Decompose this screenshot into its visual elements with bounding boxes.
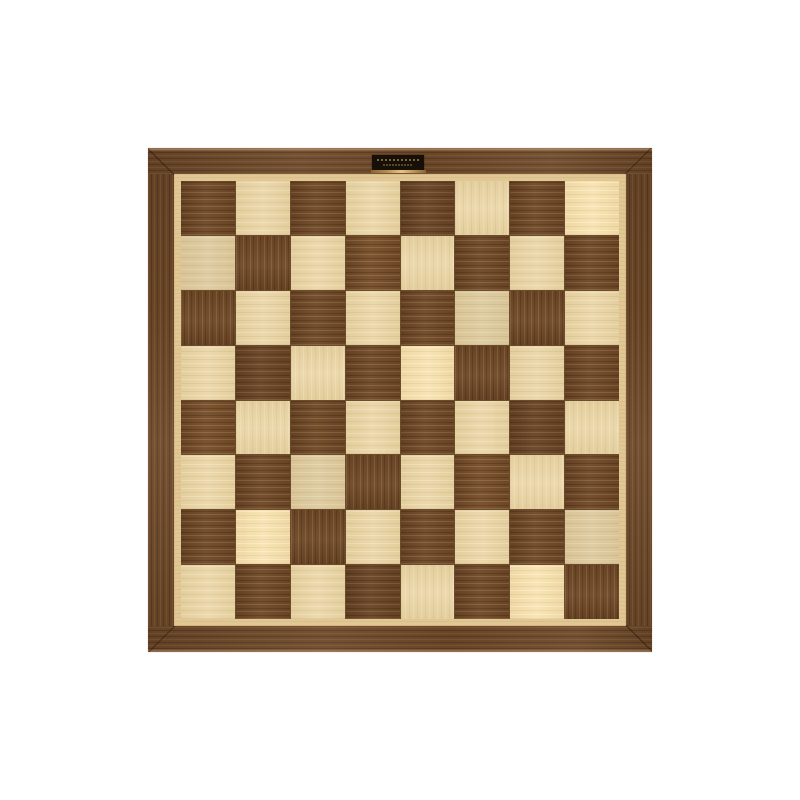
maple-border xyxy=(174,174,626,626)
board-frame-bottom xyxy=(148,626,652,652)
square-r6c4 xyxy=(346,455,400,509)
square-r4c2 xyxy=(236,346,290,400)
square-r5c3 xyxy=(291,401,345,455)
square-r7c7 xyxy=(510,510,564,564)
square-r7c1 xyxy=(181,510,235,564)
square-r8c7 xyxy=(510,565,564,619)
square-r5c2 xyxy=(236,401,290,455)
square-r4c4 xyxy=(346,346,400,400)
square-r8c2 xyxy=(236,565,290,619)
brand-plaque xyxy=(372,155,424,170)
square-r5c4 xyxy=(346,401,400,455)
square-r2c5 xyxy=(401,236,455,290)
square-r5c7 xyxy=(510,401,564,455)
square-r6c7 xyxy=(510,455,564,509)
square-r8c5 xyxy=(401,565,455,619)
square-r2c1 xyxy=(181,236,235,290)
square-r3c1 xyxy=(181,291,235,345)
square-r1c4 xyxy=(346,181,400,235)
square-r1c8 xyxy=(565,181,619,235)
squares-grid xyxy=(181,181,619,619)
square-r5c1 xyxy=(181,401,235,455)
square-r3c5 xyxy=(401,291,455,345)
square-r3c8 xyxy=(565,291,619,345)
square-r7c5 xyxy=(401,510,455,564)
square-r8c6 xyxy=(455,565,509,619)
board-frame-left xyxy=(148,174,174,626)
square-r6c1 xyxy=(181,455,235,509)
square-r5c5 xyxy=(401,401,455,455)
square-r2c6 xyxy=(455,236,509,290)
square-r7c8 xyxy=(565,510,619,564)
square-r1c2 xyxy=(236,181,290,235)
plaque-engraving xyxy=(372,155,424,170)
square-r2c2 xyxy=(236,236,290,290)
square-r1c1 xyxy=(181,181,235,235)
square-r2c8 xyxy=(565,236,619,290)
square-r6c2 xyxy=(236,455,290,509)
square-r3c6 xyxy=(455,291,509,345)
square-r4c5 xyxy=(401,346,455,400)
chess-board xyxy=(148,148,652,652)
square-r7c3 xyxy=(291,510,345,564)
square-r2c4 xyxy=(346,236,400,290)
square-r8c1 xyxy=(181,565,235,619)
square-r1c7 xyxy=(510,181,564,235)
square-r5c6 xyxy=(455,401,509,455)
square-r7c2 xyxy=(236,510,290,564)
square-r4c8 xyxy=(565,346,619,400)
board-frame-right xyxy=(626,174,652,626)
square-r3c2 xyxy=(236,291,290,345)
square-r4c1 xyxy=(181,346,235,400)
square-r6c8 xyxy=(565,455,619,509)
plaque-brass-trim xyxy=(371,170,426,173)
square-r4c7 xyxy=(510,346,564,400)
square-r8c3 xyxy=(291,565,345,619)
square-r1c5 xyxy=(401,181,455,235)
square-r2c3 xyxy=(291,236,345,290)
square-r8c4 xyxy=(346,565,400,619)
square-r7c4 xyxy=(346,510,400,564)
square-r1c3 xyxy=(291,181,345,235)
square-r3c4 xyxy=(346,291,400,345)
square-r3c3 xyxy=(291,291,345,345)
square-r4c3 xyxy=(291,346,345,400)
square-r1c6 xyxy=(455,181,509,235)
square-r3c7 xyxy=(510,291,564,345)
square-r6c3 xyxy=(291,455,345,509)
product-photo xyxy=(0,0,800,800)
square-r6c6 xyxy=(455,455,509,509)
square-r8c8 xyxy=(565,565,619,619)
square-r5c8 xyxy=(565,401,619,455)
square-r2c7 xyxy=(510,236,564,290)
square-r4c6 xyxy=(455,346,509,400)
square-r6c5 xyxy=(401,455,455,509)
square-r7c6 xyxy=(455,510,509,564)
